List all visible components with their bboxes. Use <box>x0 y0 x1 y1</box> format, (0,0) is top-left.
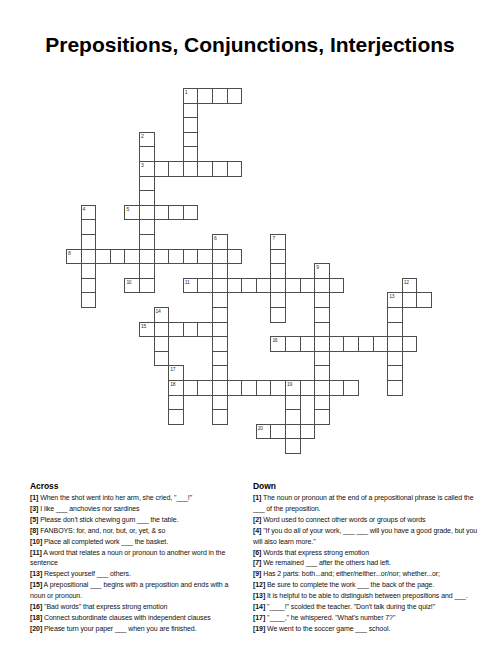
grid-cell-15[interactable]: 15 <box>139 322 155 338</box>
grid-cell[interactable] <box>329 278 345 294</box>
grid-cell[interactable] <box>183 103 199 119</box>
grid-cell[interactable] <box>285 278 301 294</box>
grid-cell[interactable] <box>154 161 170 177</box>
grid-cell[interactable] <box>81 263 97 279</box>
grid-cell[interactable] <box>314 278 330 294</box>
grid-cell[interactable] <box>227 161 243 177</box>
grid-cell[interactable] <box>329 336 345 352</box>
grid-cell[interactable] <box>81 278 97 294</box>
clue-number: 3 <box>141 162 143 168</box>
clue-number-label: [3] <box>30 505 38 512</box>
clue: [20] Please turn your paper ___ when you… <box>30 624 237 635</box>
grid-cell[interactable] <box>197 322 213 338</box>
grid-cell[interactable] <box>343 380 359 396</box>
clue-number: 11 <box>185 279 190 285</box>
clue-number-label: [19] <box>253 625 265 632</box>
grid-cell[interactable] <box>314 395 330 411</box>
grid-cell[interactable] <box>227 88 243 104</box>
crossword-grid: 1234567891011121314151617181920 <box>66 88 432 454</box>
grid-cell[interactable] <box>139 278 155 294</box>
clue-number-label: [17] <box>253 614 265 621</box>
clue-number: 15 <box>141 323 146 329</box>
grid-cell[interactable] <box>300 380 316 396</box>
grid-cell-6[interactable]: 6 <box>212 234 228 250</box>
grid-cell[interactable] <box>227 278 243 294</box>
grid-cell[interactable] <box>197 161 213 177</box>
grid-cell[interactable] <box>139 219 155 235</box>
grid-cell[interactable] <box>212 292 228 308</box>
clue: [13] It is helpful to be able to disting… <box>253 591 482 602</box>
grid-cell[interactable] <box>168 395 184 411</box>
grid-cell[interactable] <box>110 249 126 265</box>
grid-cell-8[interactable]: 8 <box>66 249 82 265</box>
clue: [16] "Bad words" that express strong emo… <box>30 602 237 613</box>
down-clue-list: [1] The noun or pronoun at the end of a … <box>253 493 482 635</box>
grid-cell-2[interactable]: 2 <box>139 132 155 148</box>
grid-cell[interactable] <box>212 365 228 381</box>
grid-cell[interactable] <box>402 292 418 308</box>
grid-cell[interactable] <box>154 336 170 352</box>
grid-cell-14[interactable]: 14 <box>154 307 170 323</box>
clue: [1] When the shot went into her arm, she… <box>30 493 237 504</box>
grid-cell[interactable] <box>197 88 213 104</box>
grid-cell[interactable] <box>139 190 155 206</box>
grid-cell[interactable] <box>402 336 418 352</box>
clue: [9] Has 2 parts: both...and; either/neit… <box>253 569 482 580</box>
clue-number: 12 <box>404 279 409 285</box>
grid-cell[interactable] <box>212 278 228 294</box>
grid-cell[interactable] <box>387 351 403 367</box>
grid-cell[interactable] <box>183 132 199 148</box>
grid-cell[interactable] <box>139 205 155 221</box>
grid-cell-19[interactable]: 19 <box>285 380 301 396</box>
grid-cell[interactable] <box>256 380 272 396</box>
grid-cell[interactable] <box>168 205 184 221</box>
grid-cell[interactable] <box>270 380 286 396</box>
grid-cell-4[interactable]: 4 <box>81 205 97 221</box>
grid-cell[interactable] <box>154 322 170 338</box>
grid-cell[interactable] <box>168 249 184 265</box>
grid-cell[interactable] <box>270 263 286 279</box>
clue: [7] We remained ___ after the others had… <box>253 558 482 569</box>
grid-cell[interactable] <box>387 365 403 381</box>
across-header: Across <box>30 481 237 492</box>
grid-cell[interactable] <box>329 380 345 396</box>
grid-cell-7[interactable]: 7 <box>270 234 286 250</box>
grid-cell-1[interactable]: 1 <box>183 88 199 104</box>
grid-cell[interactable] <box>270 307 286 323</box>
clue-number: 18 <box>170 381 175 387</box>
grid-cell-12[interactable]: 12 <box>402 278 418 294</box>
grid-cell[interactable] <box>183 249 199 265</box>
grid-cell[interactable] <box>314 336 330 352</box>
grid-cell[interactable] <box>285 336 301 352</box>
clue-number-label: [1] <box>253 494 261 501</box>
clue: [3] I like ___ anchovies nor sardines <box>30 504 237 515</box>
grid-cell[interactable] <box>183 205 199 221</box>
grid-cell[interactable] <box>241 380 257 396</box>
grid-cell[interactable] <box>270 424 286 440</box>
grid-cell[interactable] <box>124 249 140 265</box>
clue: [15] A prepositional ___ begins with a p… <box>30 580 237 602</box>
grid-cell-5[interactable]: 5 <box>124 205 140 221</box>
clue-number-label: [2] <box>253 516 261 523</box>
clue-number-label: [20] <box>30 625 42 632</box>
clue: [6] Words that express strong emotion <box>253 548 482 559</box>
grid-cell[interactable] <box>168 161 184 177</box>
clue-number-label: [6] <box>253 549 261 556</box>
clue-number: 8 <box>68 250 70 256</box>
grid-cell[interactable] <box>343 336 359 352</box>
clue-number-label: [1] <box>30 494 38 501</box>
clue: [8] FANBOYS: for, and, nor, but, or, yet… <box>30 526 237 537</box>
clue-number: 14 <box>156 308 161 314</box>
grid-cell[interactable] <box>285 395 301 411</box>
clue-number: 7 <box>272 235 274 241</box>
grid-cell-10[interactable]: 10 <box>124 278 140 294</box>
clue: [11] A word that relates a noun or prono… <box>30 548 237 570</box>
clue: [1] The noun or pronoun at the end of a … <box>253 493 482 515</box>
page-title: Prepositions, Conjunctions, Interjection… <box>0 33 500 57</box>
grid-cell[interactable] <box>358 336 374 352</box>
grid-cell[interactable] <box>183 380 199 396</box>
grid-cell[interactable] <box>270 249 286 265</box>
clue-number: 13 <box>389 293 394 299</box>
grid-cell[interactable] <box>139 263 155 279</box>
down-clues-section: Down [1] The noun or pronoun at the end … <box>253 481 482 635</box>
grid-cell[interactable] <box>212 395 228 411</box>
grid-cell-11[interactable]: 11 <box>183 278 199 294</box>
grid-cell[interactable] <box>139 146 155 162</box>
clue: [19] We went to the soccer game ___ scho… <box>253 624 482 635</box>
grid-cell[interactable] <box>387 380 403 396</box>
grid-cell[interactable] <box>212 409 228 425</box>
clue-number: 9 <box>316 264 318 270</box>
grid-cell[interactable] <box>212 263 228 279</box>
clue-number: 4 <box>83 206 85 212</box>
grid-cell[interactable] <box>154 249 170 265</box>
clue: [10] Place all completed work ___ the ba… <box>30 537 237 548</box>
grid-cell[interactable] <box>139 176 155 192</box>
clue: [4] "If you do all of your work, ___ ___… <box>253 526 482 548</box>
grid-cell[interactable] <box>183 117 199 133</box>
clue-number-label: [18] <box>30 614 42 621</box>
grid-cell[interactable] <box>81 234 97 250</box>
grid-cell[interactable] <box>256 278 272 294</box>
clue: [17] "____," he whispered. "What's numbe… <box>253 613 482 624</box>
grid-cell[interactable] <box>300 424 316 440</box>
grid-cell-9[interactable]: 9 <box>314 263 330 279</box>
grid-cell[interactable] <box>373 336 389 352</box>
clue-number: 5 <box>126 206 128 212</box>
clue-number-label: [13] <box>253 592 265 599</box>
clue: [13] Respect yourself ___ others. <box>30 569 237 580</box>
down-header: Down <box>253 481 482 492</box>
clue: [5] Please don't stick chewing gum ___ t… <box>30 515 237 526</box>
grid-cell-17[interactable]: 17 <box>168 365 184 381</box>
grid-cell[interactable] <box>212 307 228 323</box>
grid-cell[interactable] <box>387 322 403 338</box>
clue-number-label: [13] <box>30 570 42 577</box>
grid-cell[interactable] <box>227 249 243 265</box>
clue-number: 1 <box>185 89 187 95</box>
clue-number-label: [16] <box>30 603 42 610</box>
clue-number: 17 <box>170 366 175 372</box>
grid-cell[interactable] <box>387 336 403 352</box>
grid-cell[interactable] <box>197 380 213 396</box>
grid-cell[interactable] <box>168 409 184 425</box>
clue-number-label: [4] <box>253 527 261 534</box>
clue: [2] Word used to connect other words or … <box>253 515 482 526</box>
grid-cell[interactable] <box>300 336 316 352</box>
clue-number: 6 <box>214 235 216 241</box>
grid-cell[interactable] <box>314 380 330 396</box>
clue-number: 10 <box>126 279 131 285</box>
grid-cell[interactable] <box>95 249 111 265</box>
grid-cell[interactable] <box>168 322 184 338</box>
clue-number-label: [7] <box>253 559 261 566</box>
clue-number: 19 <box>287 381 292 387</box>
clue-number-label: [11] <box>30 549 42 556</box>
grid-cell[interactable] <box>314 365 330 381</box>
clue-number-label: [12] <box>253 581 265 588</box>
clue: [14] "____!" scolded the teacher. "Don't… <box>253 602 482 613</box>
clue: [12] Be sure to complete the work ___ th… <box>253 580 482 591</box>
grid-cell[interactable] <box>197 249 213 265</box>
grid-cell-13[interactable]: 13 <box>387 292 403 308</box>
crossword-worksheet: Prepositions, Conjunctions, Interjection… <box>0 0 500 647</box>
clue-number-label: [8] <box>30 527 38 534</box>
grid-cell-16[interactable]: 16 <box>270 336 286 352</box>
grid-cell-18[interactable]: 18 <box>168 380 184 396</box>
grid-cell[interactable] <box>183 146 199 162</box>
clue-number: 16 <box>272 337 277 343</box>
grid-cell[interactable] <box>314 292 330 308</box>
across-clues-section: Across [1] When the shot went into her a… <box>30 481 237 635</box>
grid-cell[interactable] <box>270 278 286 294</box>
clue-number-label: [14] <box>253 603 265 610</box>
grid-cell[interactable] <box>81 292 97 308</box>
clue-number-label: [10] <box>30 538 42 545</box>
grid-cell[interactable] <box>139 234 155 250</box>
grid-cell[interactable] <box>285 424 301 440</box>
grid-cell[interactable] <box>81 249 97 265</box>
grid-cell[interactable] <box>212 336 228 352</box>
across-clue-list: [1] When the shot went into her arm, she… <box>30 493 237 635</box>
grid-cell[interactable] <box>212 161 228 177</box>
grid-cell[interactable] <box>300 278 316 294</box>
grid-cell[interactable] <box>212 380 228 396</box>
grid-cell[interactable] <box>197 278 213 294</box>
grid-cell[interactable] <box>387 307 403 323</box>
grid-cell[interactable] <box>139 249 155 265</box>
grid-cell[interactable] <box>314 351 330 367</box>
grid-cell[interactable] <box>314 409 330 425</box>
grid-cell[interactable] <box>227 380 243 396</box>
grid-cell-20[interactable]: 20 <box>256 424 272 440</box>
clue-number: 20 <box>258 425 263 431</box>
grid-cell[interactable] <box>241 278 257 294</box>
grid-cell-3[interactable]: 3 <box>139 161 155 177</box>
grid-cell[interactable] <box>285 438 301 454</box>
grid-cell[interactable] <box>285 409 301 425</box>
clue-number: 2 <box>141 133 143 139</box>
grid-cell[interactable] <box>183 161 199 177</box>
grid-cell[interactable] <box>212 351 228 367</box>
clue: [18] Connect subordinate clauses with in… <box>30 613 237 624</box>
grid-cell[interactable] <box>270 292 286 308</box>
grid-cell[interactable] <box>154 205 170 221</box>
grid-cell[interactable] <box>212 88 228 104</box>
grid-cell[interactable] <box>314 322 330 338</box>
grid-cell[interactable] <box>314 307 330 323</box>
grid-cell[interactable] <box>212 249 228 265</box>
grid-cell[interactable] <box>154 351 170 367</box>
grid-cell[interactable] <box>212 322 228 338</box>
clue-number-label: [5] <box>30 516 38 523</box>
grid-cell[interactable] <box>183 322 199 338</box>
clue-number-label: [9] <box>253 570 261 577</box>
clue-number-label: [15] <box>30 581 42 588</box>
grid-cell[interactable] <box>416 292 432 308</box>
grid-cell[interactable] <box>81 219 97 235</box>
